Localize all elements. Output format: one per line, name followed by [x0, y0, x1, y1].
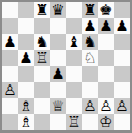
- square-g4[interactable]: [98, 66, 114, 82]
- square-h5[interactable]: [114, 50, 130, 66]
- square-c7[interactable]: [34, 18, 50, 34]
- white-king: ♔: [99, 114, 112, 130]
- white-rook: ♖: [67, 114, 80, 130]
- square-f3[interactable]: [82, 82, 98, 98]
- square-g5[interactable]: [98, 50, 114, 66]
- black-pawn: ♟: [115, 18, 128, 34]
- white-rook: ♖: [35, 50, 48, 66]
- square-e1[interactable]: ♖: [66, 114, 82, 130]
- square-d8[interactable]: ♛: [50, 2, 66, 18]
- square-d7[interactable]: [50, 18, 66, 34]
- square-a8[interactable]: [2, 2, 18, 18]
- white-pawn: ♙: [3, 82, 16, 98]
- square-b8[interactable]: [18, 2, 34, 18]
- square-f5[interactable]: ♘: [82, 50, 98, 66]
- square-a6[interactable]: ♟: [2, 34, 18, 50]
- white-bishop: ♗: [19, 98, 32, 114]
- square-c6[interactable]: ♞: [34, 34, 50, 50]
- square-f8[interactable]: ♜: [82, 2, 98, 18]
- square-g3[interactable]: [98, 82, 114, 98]
- square-d6[interactable]: [50, 34, 66, 50]
- black-pawn: ♟: [99, 18, 112, 34]
- square-g2[interactable]: ♙: [98, 98, 114, 114]
- white-pawn: ♙: [83, 98, 96, 114]
- square-e2[interactable]: [66, 98, 82, 114]
- square-h3[interactable]: [114, 82, 130, 98]
- black-bishop: ♝: [67, 34, 80, 50]
- square-e6[interactable]: ♝: [66, 34, 82, 50]
- square-c4[interactable]: [34, 66, 50, 82]
- square-e5[interactable]: [66, 50, 82, 66]
- square-f6[interactable]: ♞: [82, 34, 98, 50]
- square-f1[interactable]: [82, 114, 98, 130]
- square-h8[interactable]: [114, 2, 130, 18]
- square-h2[interactable]: ♙: [114, 98, 130, 114]
- square-h4[interactable]: [114, 66, 130, 82]
- chess-diagram: ♜♛♜♚♟♟♟♟♞♝♞♟♖♘♟♙♗♕♙♙♙♗♖♔: [0, 0, 132, 133]
- square-b1[interactable]: ♗: [18, 114, 34, 130]
- square-b5[interactable]: ♟: [18, 50, 34, 66]
- square-b6[interactable]: [18, 34, 34, 50]
- square-g8[interactable]: ♚: [98, 2, 114, 18]
- white-queen: ♕: [51, 98, 64, 114]
- square-h1[interactable]: [114, 114, 130, 130]
- black-pawn: ♟: [19, 50, 32, 66]
- black-knight: ♞: [35, 34, 48, 50]
- square-g7[interactable]: ♟: [98, 18, 114, 34]
- square-b4[interactable]: [18, 66, 34, 82]
- square-e8[interactable]: [66, 2, 82, 18]
- square-d2[interactable]: ♕: [50, 98, 66, 114]
- square-b2[interactable]: ♗: [18, 98, 34, 114]
- square-f4[interactable]: [82, 66, 98, 82]
- square-a1[interactable]: [2, 114, 18, 130]
- white-pawn: ♙: [99, 98, 112, 114]
- square-d1[interactable]: [50, 114, 66, 130]
- square-d5[interactable]: [50, 50, 66, 66]
- square-d3[interactable]: [50, 82, 66, 98]
- chess-board: ♜♛♜♚♟♟♟♟♞♝♞♟♖♘♟♙♗♕♙♙♙♗♖♔: [2, 2, 130, 130]
- square-e3[interactable]: [66, 82, 82, 98]
- square-c2[interactable]: [34, 98, 50, 114]
- board-frame: ♜♛♜♚♟♟♟♟♞♝♞♟♖♘♟♙♗♕♙♙♙♗♖♔: [0, 0, 132, 133]
- square-h7[interactable]: ♟: [114, 18, 130, 34]
- black-rook: ♜: [83, 2, 96, 18]
- black-rook: ♜: [35, 2, 48, 18]
- square-a4[interactable]: [2, 66, 18, 82]
- square-c3[interactable]: [34, 82, 50, 98]
- square-e4[interactable]: [66, 66, 82, 82]
- square-h6[interactable]: [114, 34, 130, 50]
- square-c5[interactable]: ♖: [34, 50, 50, 66]
- black-knight: ♞: [83, 34, 96, 50]
- black-pawn: ♟: [3, 34, 16, 50]
- square-a3[interactable]: ♙: [2, 82, 18, 98]
- square-g1[interactable]: ♔: [98, 114, 114, 130]
- white-pawn: ♙: [115, 98, 128, 114]
- square-a7[interactable]: [2, 18, 18, 34]
- square-c1[interactable]: [34, 114, 50, 130]
- black-king: ♚: [99, 2, 112, 18]
- square-c8[interactable]: ♜: [34, 2, 50, 18]
- square-a2[interactable]: [2, 98, 18, 114]
- white-knight: ♘: [83, 50, 96, 66]
- square-g6[interactable]: [98, 34, 114, 50]
- square-b3[interactable]: [18, 82, 34, 98]
- black-queen: ♛: [51, 2, 64, 18]
- square-d4[interactable]: ♟: [50, 66, 66, 82]
- square-a5[interactable]: [2, 50, 18, 66]
- square-f2[interactable]: ♙: [82, 98, 98, 114]
- black-pawn: ♟: [51, 66, 64, 82]
- square-b7[interactable]: [18, 18, 34, 34]
- square-f7[interactable]: ♟: [82, 18, 98, 34]
- white-bishop: ♗: [19, 114, 32, 130]
- black-pawn: ♟: [83, 18, 96, 34]
- square-e7[interactable]: [66, 18, 82, 34]
